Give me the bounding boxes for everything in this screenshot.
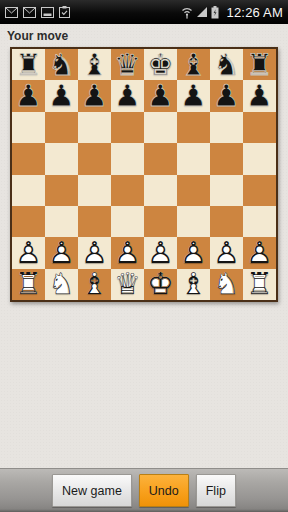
- square-h2[interactable]: ♟♙: [243, 237, 276, 268]
- square-a3[interactable]: [12, 206, 45, 237]
- wifi-icon: [181, 6, 193, 19]
- square-c4[interactable]: [78, 175, 111, 206]
- black-pawn: ♟: [246, 81, 273, 111]
- move-status-header: Your move: [0, 24, 288, 47]
- square-a6[interactable]: [12, 112, 45, 143]
- signal-icon: [196, 6, 208, 18]
- square-g2[interactable]: ♟♙: [210, 237, 243, 268]
- notification-area: [5, 6, 181, 18]
- square-h8[interactable]: ♜: [243, 49, 276, 80]
- square-d7[interactable]: ♟: [111, 80, 144, 111]
- white-bishop: ♝♗: [180, 269, 207, 299]
- white-queen: ♛♕: [114, 269, 141, 299]
- battery-icon: [211, 6, 219, 19]
- square-g5[interactable]: [210, 143, 243, 174]
- square-f3[interactable]: [177, 206, 210, 237]
- black-knight: ♞: [48, 50, 75, 80]
- black-rook: ♜: [15, 50, 42, 80]
- black-pawn: ♟: [114, 81, 141, 111]
- white-king: ♚♔: [147, 269, 174, 299]
- square-f7[interactable]: ♟: [177, 80, 210, 111]
- black-pawn: ♟: [180, 81, 207, 111]
- square-b6[interactable]: [45, 112, 78, 143]
- screenshot-icon: [41, 7, 54, 18]
- square-c2[interactable]: ♟♙: [78, 237, 111, 268]
- black-pawn: ♟: [15, 81, 42, 111]
- white-rook: ♜♖: [15, 269, 42, 299]
- square-a1[interactable]: ♜♖: [12, 269, 45, 300]
- black-pawn: ♟: [81, 81, 108, 111]
- white-pawn: ♟♙: [15, 238, 42, 268]
- square-a5[interactable]: [12, 143, 45, 174]
- white-bishop: ♝♗: [81, 269, 108, 299]
- square-d5[interactable]: [111, 143, 144, 174]
- square-e5[interactable]: [144, 143, 177, 174]
- square-a2[interactable]: ♟♙: [12, 237, 45, 268]
- square-e1[interactable]: ♚♔: [144, 269, 177, 300]
- square-d8[interactable]: ♛: [111, 49, 144, 80]
- white-pawn: ♟♙: [213, 238, 240, 268]
- square-h3[interactable]: [243, 206, 276, 237]
- square-c5[interactable]: [78, 143, 111, 174]
- black-bishop: ♝: [180, 50, 207, 80]
- square-a4[interactable]: [12, 175, 45, 206]
- white-knight: ♞♘: [48, 269, 75, 299]
- square-b5[interactable]: [45, 143, 78, 174]
- black-rook: ♜: [246, 50, 273, 80]
- square-e6[interactable]: [144, 112, 177, 143]
- square-e8[interactable]: ♚: [144, 49, 177, 80]
- white-knight: ♞♘: [213, 269, 240, 299]
- new-game-button[interactable]: New game: [52, 474, 132, 507]
- square-d6[interactable]: [111, 112, 144, 143]
- square-d1[interactable]: ♛♕: [111, 269, 144, 300]
- email-icon: [5, 7, 18, 18]
- app-screen: 12:26 AM Your move ♜♞♝♛♚♝♞♜♟♟♟♟♟♟♟♟♟♙♟♙♟…: [0, 0, 288, 512]
- square-f1[interactable]: ♝♗: [177, 269, 210, 300]
- square-f8[interactable]: ♝: [177, 49, 210, 80]
- square-a8[interactable]: ♜: [12, 49, 45, 80]
- black-king: ♚: [147, 50, 174, 80]
- square-c7[interactable]: ♟: [78, 80, 111, 111]
- square-h6[interactable]: [243, 112, 276, 143]
- flip-button[interactable]: Flip: [196, 474, 236, 507]
- square-f4[interactable]: [177, 175, 210, 206]
- square-g8[interactable]: ♞: [210, 49, 243, 80]
- square-g3[interactable]: [210, 206, 243, 237]
- square-b1[interactable]: ♞♘: [45, 269, 78, 300]
- square-h4[interactable]: [243, 175, 276, 206]
- square-h1[interactable]: ♜♖: [243, 269, 276, 300]
- white-pawn: ♟♙: [180, 238, 207, 268]
- square-c8[interactable]: ♝: [78, 49, 111, 80]
- square-e3[interactable]: [144, 206, 177, 237]
- system-status-area: 12:26 AM: [181, 5, 283, 20]
- black-bishop: ♝: [81, 50, 108, 80]
- square-f2[interactable]: ♟♙: [177, 237, 210, 268]
- square-b3[interactable]: [45, 206, 78, 237]
- clipboard-icon: [59, 6, 70, 18]
- square-d4[interactable]: [111, 175, 144, 206]
- white-pawn: ♟♙: [147, 238, 174, 268]
- email-icon: [23, 7, 36, 18]
- clock-text: 12:26 AM: [226, 5, 283, 20]
- square-b2[interactable]: ♟♙: [45, 237, 78, 268]
- square-d3[interactable]: [111, 206, 144, 237]
- black-pawn: ♟: [213, 81, 240, 111]
- square-c1[interactable]: ♝♗: [78, 269, 111, 300]
- square-e4[interactable]: [144, 175, 177, 206]
- black-knight: ♞: [213, 50, 240, 80]
- chess-board[interactable]: ♜♞♝♛♚♝♞♜♟♟♟♟♟♟♟♟♟♙♟♙♟♙♟♙♟♙♟♙♟♙♟♙♜♖♞♘♝♗♛♕…: [10, 47, 278, 302]
- square-c6[interactable]: [78, 112, 111, 143]
- square-h5[interactable]: [243, 143, 276, 174]
- white-pawn: ♟♙: [81, 238, 108, 268]
- square-d2[interactable]: ♟♙: [111, 237, 144, 268]
- black-pawn: ♟: [147, 81, 174, 111]
- square-b8[interactable]: ♞: [45, 49, 78, 80]
- square-a7[interactable]: ♟: [12, 80, 45, 111]
- square-f5[interactable]: [177, 143, 210, 174]
- square-b4[interactable]: [45, 175, 78, 206]
- white-rook: ♜♖: [246, 269, 273, 299]
- undo-button[interactable]: Undo: [139, 474, 189, 507]
- square-g1[interactable]: ♞♘: [210, 269, 243, 300]
- square-g6[interactable]: [210, 112, 243, 143]
- square-e2[interactable]: ♟♙: [144, 237, 177, 268]
- status-text: Your move: [7, 29, 68, 43]
- status-bar: 12:26 AM: [0, 0, 288, 24]
- square-f6[interactable]: [177, 112, 210, 143]
- white-pawn: ♟♙: [114, 238, 141, 268]
- square-b7[interactable]: ♟: [45, 80, 78, 111]
- square-h7[interactable]: ♟: [243, 80, 276, 111]
- black-pawn: ♟: [48, 81, 75, 111]
- square-c3[interactable]: [78, 206, 111, 237]
- white-pawn: ♟♙: [246, 238, 273, 268]
- black-queen: ♛: [114, 50, 141, 80]
- square-g4[interactable]: [210, 175, 243, 206]
- action-bar: New game Undo Flip: [0, 468, 288, 512]
- square-e7[interactable]: ♟: [144, 80, 177, 111]
- white-pawn: ♟♙: [48, 238, 75, 268]
- square-g7[interactable]: ♟: [210, 80, 243, 111]
